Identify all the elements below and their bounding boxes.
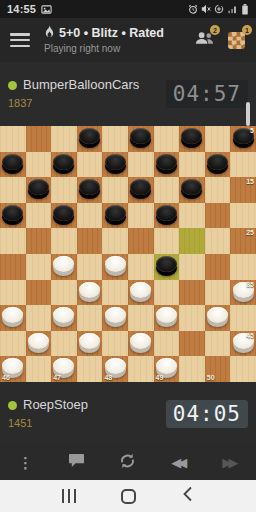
square-27[interactable] [51, 254, 77, 280]
home-button[interactable] [108, 484, 148, 508]
coordinate-label: 49 [156, 374, 164, 381]
square-light[interactable] [154, 177, 180, 203]
square-light[interactable] [154, 331, 180, 357]
square-31[interactable] [26, 280, 52, 306]
black-man[interactable] [53, 154, 74, 170]
square-11[interactable] [26, 177, 52, 203]
square-42[interactable] [77, 331, 103, 357]
square-light[interactable] [102, 280, 128, 306]
clock-top: 04:57 [166, 80, 248, 108]
black-man[interactable] [53, 205, 74, 221]
square-light[interactable] [77, 305, 103, 331]
square-24[interactable] [179, 228, 205, 254]
square-17[interactable] [51, 203, 77, 229]
blitz-flame-icon [44, 25, 55, 43]
square-light[interactable] [230, 305, 256, 331]
data-saver-icon [214, 4, 224, 14]
square-40[interactable] [205, 305, 231, 331]
square-46[interactable]: 46 [0, 356, 26, 382]
square-29[interactable] [154, 254, 180, 280]
square-light[interactable] [179, 254, 205, 280]
mute-icon [201, 4, 211, 14]
square-19[interactable] [154, 203, 180, 229]
white-man[interactable] [2, 358, 23, 374]
square-light[interactable] [77, 356, 103, 382]
square-light[interactable] [26, 254, 52, 280]
black-man[interactable] [2, 205, 23, 221]
square-35[interactable]: 35 [230, 280, 256, 306]
app-root: 14:55 [0, 0, 256, 512]
square-light[interactable] [51, 177, 77, 203]
player-top-name[interactable]: BumperBalloonCars [23, 77, 139, 94]
square-36[interactable] [0, 305, 26, 331]
coordinate-label: 47 [53, 374, 61, 381]
black-man[interactable] [79, 179, 100, 195]
square-light[interactable] [51, 126, 77, 152]
black-man[interactable] [181, 179, 202, 195]
square-light[interactable] [26, 356, 52, 382]
square-light[interactable] [230, 152, 256, 178]
square-22[interactable] [77, 228, 103, 254]
square-38[interactable] [102, 305, 128, 331]
recents-icon [62, 489, 76, 503]
white-man[interactable] [105, 256, 126, 272]
black-man[interactable] [2, 154, 23, 170]
friends-badge: 2 [210, 25, 220, 35]
black-man[interactable] [28, 179, 49, 195]
square-light[interactable] [205, 280, 231, 306]
rewind-button[interactable]: ◀◀ [161, 449, 197, 477]
square-light[interactable] [205, 177, 231, 203]
app-bar: 5+0 • Blitz • Rated Playing right now 2 … [0, 18, 256, 62]
flip-board-icon [119, 453, 136, 473]
square-light[interactable] [128, 305, 154, 331]
black-man[interactable] [156, 256, 177, 272]
square-light[interactable] [128, 152, 154, 178]
square-light[interactable] [179, 305, 205, 331]
friends-button[interactable]: 2 [194, 30, 214, 50]
square-light[interactable] [205, 331, 231, 357]
white-man[interactable] [207, 307, 228, 323]
square-light[interactable] [77, 152, 103, 178]
player-bottom: RoepStoep 1451 04:05 [0, 382, 256, 445]
square-light[interactable] [102, 331, 128, 357]
status-time: 14:55 [7, 3, 36, 15]
square-light[interactable] [51, 228, 77, 254]
signal-icon [227, 4, 238, 14]
square-20[interactable] [205, 203, 231, 229]
white-man[interactable] [105, 307, 126, 323]
square-light[interactable] [102, 126, 128, 152]
square-light[interactable] [26, 203, 52, 229]
black-man[interactable] [156, 154, 177, 170]
square-21[interactable] [26, 228, 52, 254]
board: 5152535454647484950 [0, 126, 256, 382]
square-49[interactable]: 49 [154, 356, 180, 382]
square-3[interactable] [128, 126, 154, 152]
square-light[interactable] [102, 228, 128, 254]
screenshot-icon [41, 4, 52, 15]
square-light[interactable] [77, 254, 103, 280]
white-man[interactable] [79, 282, 100, 298]
games-badge: 1 [242, 25, 252, 35]
square-light[interactable] [26, 305, 52, 331]
square-light[interactable] [128, 203, 154, 229]
coordinate-label: 48 [104, 374, 112, 381]
games-button[interactable]: 1 [226, 30, 246, 50]
white-man[interactable] [156, 307, 177, 323]
white-man[interactable] [53, 307, 74, 323]
online-dot [8, 81, 17, 90]
coordinate-label: 50 [207, 374, 215, 381]
game-title: 5+0 • Blitz • Rated [59, 26, 164, 42]
chat-button[interactable] [59, 449, 95, 477]
white-man[interactable] [105, 358, 126, 374]
alarm-icon [188, 4, 198, 14]
rewind-icon: ◀◀ [171, 455, 187, 470]
coordinate-label: 25 [246, 229, 254, 236]
square-16[interactable] [0, 203, 26, 229]
android-nav-bar [0, 480, 256, 512]
square-23[interactable] [128, 228, 154, 254]
square-26[interactable] [0, 254, 26, 280]
black-man[interactable] [105, 154, 126, 170]
black-man[interactable] [207, 154, 228, 170]
player-top-rating: 1837 [8, 96, 139, 110]
square-39[interactable] [154, 305, 180, 331]
square-light[interactable] [0, 280, 26, 306]
coordinate-label: 5 [250, 127, 254, 134]
square-light[interactable] [154, 126, 180, 152]
player-bottom-rating: 1451 [8, 416, 88, 430]
square-34[interactable] [179, 280, 205, 306]
square-6[interactable] [0, 152, 26, 178]
more-menu-button[interactable]: ⋮ [8, 449, 44, 477]
square-light[interactable] [0, 228, 26, 254]
square-13[interactable] [128, 177, 154, 203]
square-30[interactable] [205, 254, 231, 280]
white-man[interactable] [156, 358, 177, 374]
square-light[interactable] [230, 203, 256, 229]
scrollbar-thumb[interactable] [246, 102, 250, 126]
online-dot [8, 401, 17, 410]
status-bar: 14:55 [0, 0, 256, 18]
menu-icon[interactable] [10, 33, 30, 47]
square-28[interactable] [102, 254, 128, 280]
square-light[interactable] [102, 177, 128, 203]
forward-icon: ▶▶ [222, 455, 238, 470]
square-32[interactable] [77, 280, 103, 306]
square-light[interactable] [230, 356, 256, 382]
coordinate-label: 46 [2, 374, 10, 381]
square-5[interactable]: 5 [230, 126, 256, 152]
square-48[interactable]: 48 [102, 356, 128, 382]
square-45[interactable]: 45 [230, 331, 256, 357]
square-25[interactable]: 25 [230, 228, 256, 254]
square-43[interactable] [128, 331, 154, 357]
black-man[interactable] [130, 128, 151, 144]
square-41[interactable] [26, 331, 52, 357]
square-light[interactable] [51, 280, 77, 306]
square-15[interactable]: 15 [230, 177, 256, 203]
square-light[interactable] [179, 152, 205, 178]
square-light[interactable] [128, 254, 154, 280]
battery-icon [241, 4, 249, 15]
back-icon [182, 486, 193, 506]
square-light[interactable] [179, 203, 205, 229]
square-8[interactable] [102, 152, 128, 178]
game-toolbar: ⋮ ◀◀ ▶▶ [0, 445, 256, 480]
black-man[interactable] [156, 205, 177, 221]
vertical-ellipsis-icon: ⋮ [18, 454, 33, 472]
player-top: BumperBalloonCars 1837 04:57 [0, 62, 256, 126]
clock-bottom: 04:05 [166, 400, 248, 428]
game-status: Playing right now [44, 43, 164, 56]
square-light[interactable] [77, 203, 103, 229]
black-man[interactable] [130, 179, 151, 195]
square-light[interactable] [154, 280, 180, 306]
square-10[interactable] [205, 152, 231, 178]
square-14[interactable] [179, 177, 205, 203]
square-light[interactable] [154, 228, 180, 254]
square-light[interactable] [230, 254, 256, 280]
square-18[interactable] [102, 203, 128, 229]
square-light[interactable] [26, 152, 52, 178]
white-man[interactable] [28, 333, 49, 349]
coordinate-label: 45 [246, 332, 254, 339]
white-man[interactable] [2, 307, 23, 323]
player-bottom-name[interactable]: RoepStoep [23, 397, 88, 414]
black-man[interactable] [105, 205, 126, 221]
chat-icon [68, 453, 85, 472]
square-light[interactable] [128, 356, 154, 382]
white-man[interactable] [53, 256, 74, 272]
square-light[interactable] [179, 356, 205, 382]
square-37[interactable] [51, 305, 77, 331]
square-47[interactable]: 47 [51, 356, 77, 382]
coordinate-label: 35 [246, 281, 254, 288]
square-light[interactable] [0, 126, 26, 152]
square-1[interactable] [26, 126, 52, 152]
square-light[interactable] [0, 331, 26, 357]
square-33[interactable] [128, 280, 154, 306]
coordinate-label: 15 [246, 178, 254, 185]
square-12[interactable] [77, 177, 103, 203]
square-light[interactable] [0, 177, 26, 203]
recents-button[interactable] [49, 484, 89, 508]
square-light[interactable] [205, 126, 231, 152]
back-button[interactable] [167, 484, 207, 508]
square-light[interactable] [205, 228, 231, 254]
square-light[interactable] [51, 331, 77, 357]
white-man[interactable] [53, 358, 74, 374]
white-man[interactable] [130, 333, 151, 349]
square-2[interactable] [77, 126, 103, 152]
white-man[interactable] [79, 333, 100, 349]
flip-board-button[interactable] [110, 449, 146, 477]
square-44[interactable] [179, 331, 205, 357]
square-7[interactable] [51, 152, 77, 178]
square-9[interactable] [154, 152, 180, 178]
square-50[interactable]: 50 [205, 356, 231, 382]
checkerboard-icon [228, 32, 245, 49]
home-icon [121, 489, 136, 504]
square-4[interactable] [179, 126, 205, 152]
black-man[interactable] [181, 128, 202, 144]
white-man[interactable] [130, 282, 151, 298]
black-man[interactable] [79, 128, 100, 144]
forward-button[interactable]: ▶▶ [212, 449, 248, 477]
